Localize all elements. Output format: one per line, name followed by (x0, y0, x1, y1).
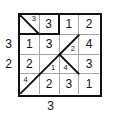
cell-r2c2[interactable]: 3 (40, 35, 60, 55)
triangle-digit-r4c1-nw: 4 (22, 76, 29, 84)
cell-grid: 31213423231 (20, 15, 99, 94)
cell-r1c4[interactable]: 2 (79, 15, 99, 35)
cell-r4c2[interactable]: 2 (40, 74, 60, 94)
cell-r2c4[interactable]: 4 (79, 35, 99, 55)
puzzle-board: 31213423231 32144 (18, 13, 102, 97)
cell-r4c3[interactable]: 3 (60, 74, 80, 94)
bottom-clue-col2: 3 (44, 100, 57, 113)
cell-r2c1[interactable]: 1 (20, 35, 40, 55)
cell-r1c3[interactable]: 1 (60, 15, 80, 35)
triangle-digit-r2c3-se: 2 (69, 45, 76, 53)
triangle-digit-r3c3-sw: 4 (62, 64, 69, 72)
left-clue-row2: 3 (2, 38, 15, 51)
triangle-digit-r1c1-ne: 3 (30, 15, 37, 23)
left-clue-row3: 2 (2, 58, 15, 71)
cell-r3c4[interactable]: 3 (79, 55, 99, 75)
cell-r3c1[interactable]: 2 (20, 55, 40, 75)
cell-r1c2[interactable]: 3 (40, 15, 60, 35)
triangle-digit-r3c2-se: 1 (50, 64, 57, 72)
cell-r4c4[interactable]: 1 (79, 74, 99, 94)
